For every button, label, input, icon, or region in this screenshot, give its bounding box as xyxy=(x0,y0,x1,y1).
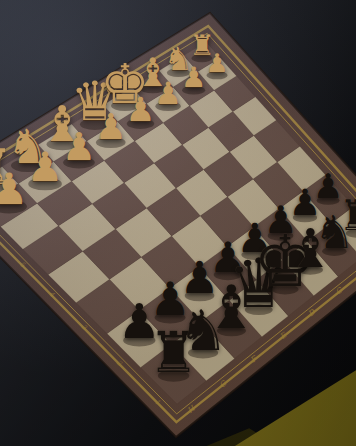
piece-white-pawn[interactable]: ♟ xyxy=(126,93,156,126)
piece-white-pawn[interactable]: ♟ xyxy=(27,147,64,188)
piece-white-pawn[interactable]: ♟ xyxy=(154,78,182,109)
piece-white-pawn[interactable]: ♟ xyxy=(206,51,229,77)
piece-white-pawn[interactable]: ♟ xyxy=(95,110,127,146)
piece-black-rook[interactable]: ♜ xyxy=(339,195,356,237)
piece-white-pawn[interactable]: ♟ xyxy=(181,64,206,92)
piece-white-pawn[interactable]: ♟ xyxy=(0,167,29,210)
table-surface: HGFEDCBA12345678 ♜♞♝♛♚♝♞♜♟♟♟♟♟♟♟♟♟♟♟♟♟♟♟… xyxy=(0,0,356,446)
pieces-layer: ♜♞♝♛♚♝♞♜♟♟♟♟♟♟♟♟♟♟♟♟♟♟♟♟♜♞♝♛♚♝♞♜ xyxy=(0,0,356,446)
piece-white-pawn[interactable]: ♟ xyxy=(62,128,96,166)
